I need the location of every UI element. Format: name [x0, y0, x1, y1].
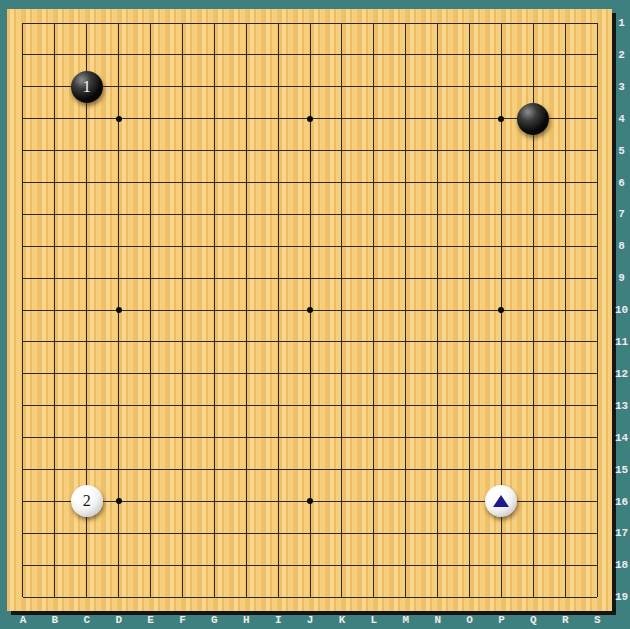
- intersection-B15[interactable]: [39, 454, 71, 486]
- intersection-D11[interactable]: [103, 326, 135, 358]
- intersection-D3[interactable]: [103, 71, 135, 103]
- intersection-F8[interactable]: [167, 230, 199, 262]
- intersection-C13[interactable]: [71, 390, 103, 422]
- intersection-A2[interactable]: [7, 39, 39, 71]
- intersection-G9[interactable]: [198, 262, 230, 294]
- intersection-H4[interactable]: [230, 103, 262, 135]
- intersection-I5[interactable]: [262, 135, 294, 167]
- intersection-P4[interactable]: [485, 103, 517, 135]
- intersection-K7[interactable]: [326, 198, 358, 230]
- intersection-B4[interactable]: [39, 103, 71, 135]
- intersection-K17[interactable]: [326, 517, 358, 549]
- intersection-A14[interactable]: [7, 422, 39, 454]
- intersection-M6[interactable]: [390, 167, 422, 199]
- intersection-H6[interactable]: [230, 167, 262, 199]
- intersection-S16[interactable]: [581, 485, 613, 517]
- intersection-L17[interactable]: [358, 517, 390, 549]
- intersection-C4[interactable]: [71, 103, 103, 135]
- intersection-B9[interactable]: [39, 262, 71, 294]
- intersection-G19[interactable]: [198, 581, 230, 613]
- intersection-Q1[interactable]: [517, 7, 549, 39]
- intersection-M15[interactable]: [390, 454, 422, 486]
- intersection-J16[interactable]: [294, 485, 326, 517]
- intersection-K6[interactable]: [326, 167, 358, 199]
- intersection-I8[interactable]: [262, 230, 294, 262]
- intersection-E14[interactable]: [135, 422, 167, 454]
- intersection-F2[interactable]: [167, 39, 199, 71]
- intersection-B13[interactable]: [39, 390, 71, 422]
- intersection-M7[interactable]: [390, 198, 422, 230]
- intersection-F17[interactable]: [167, 517, 199, 549]
- intersection-S15[interactable]: [581, 454, 613, 486]
- intersection-P14[interactable]: [485, 422, 517, 454]
- intersection-N15[interactable]: [422, 454, 454, 486]
- intersection-B2[interactable]: [39, 39, 71, 71]
- intersection-F18[interactable]: [167, 549, 199, 581]
- intersection-O13[interactable]: [454, 390, 486, 422]
- intersection-E2[interactable]: [135, 39, 167, 71]
- intersection-N7[interactable]: [422, 198, 454, 230]
- intersection-S13[interactable]: [581, 390, 613, 422]
- intersection-B7[interactable]: [39, 198, 71, 230]
- intersection-M10[interactable]: [390, 294, 422, 326]
- intersection-G4[interactable]: [198, 103, 230, 135]
- intersection-N6[interactable]: [422, 167, 454, 199]
- intersection-G3[interactable]: [198, 71, 230, 103]
- intersection-B18[interactable]: [39, 549, 71, 581]
- intersection-G5[interactable]: [198, 135, 230, 167]
- intersection-L7[interactable]: [358, 198, 390, 230]
- intersection-G8[interactable]: [198, 230, 230, 262]
- intersection-I12[interactable]: [262, 358, 294, 390]
- intersection-D12[interactable]: [103, 358, 135, 390]
- intersection-C11[interactable]: [71, 326, 103, 358]
- intersection-A4[interactable]: [7, 103, 39, 135]
- intersection-G16[interactable]: [198, 485, 230, 517]
- intersection-A8[interactable]: [7, 230, 39, 262]
- intersection-H12[interactable]: [230, 358, 262, 390]
- intersection-J7[interactable]: [294, 198, 326, 230]
- intersection-L4[interactable]: [358, 103, 390, 135]
- intersection-K11[interactable]: [326, 326, 358, 358]
- intersection-P19[interactable]: [485, 581, 517, 613]
- intersection-B6[interactable]: [39, 167, 71, 199]
- intersection-K5[interactable]: [326, 135, 358, 167]
- intersection-G12[interactable]: [198, 358, 230, 390]
- intersection-Q11[interactable]: [517, 326, 549, 358]
- intersection-B10[interactable]: [39, 294, 71, 326]
- intersection-S3[interactable]: [581, 71, 613, 103]
- intersection-M18[interactable]: [390, 549, 422, 581]
- intersection-P9[interactable]: [485, 262, 517, 294]
- intersection-A5[interactable]: [7, 135, 39, 167]
- intersection-K15[interactable]: [326, 454, 358, 486]
- intersection-K14[interactable]: [326, 422, 358, 454]
- intersection-C18[interactable]: [71, 549, 103, 581]
- intersection-G1[interactable]: [198, 7, 230, 39]
- intersection-D14[interactable]: [103, 422, 135, 454]
- intersection-H8[interactable]: [230, 230, 262, 262]
- intersection-R8[interactable]: [549, 230, 581, 262]
- intersection-D10[interactable]: [103, 294, 135, 326]
- intersection-I3[interactable]: [262, 71, 294, 103]
- intersection-F3[interactable]: [167, 71, 199, 103]
- intersection-S10[interactable]: [581, 294, 613, 326]
- intersection-M3[interactable]: [390, 71, 422, 103]
- white-stone-P16[interactable]: [485, 485, 517, 517]
- intersection-P5[interactable]: [485, 135, 517, 167]
- intersection-H11[interactable]: [230, 326, 262, 358]
- intersection-Q14[interactable]: [517, 422, 549, 454]
- intersection-H17[interactable]: [230, 517, 262, 549]
- intersection-S17[interactable]: [581, 517, 613, 549]
- intersection-R12[interactable]: [549, 358, 581, 390]
- intersection-H5[interactable]: [230, 135, 262, 167]
- intersection-Q15[interactable]: [517, 454, 549, 486]
- intersection-D19[interactable]: [103, 581, 135, 613]
- intersection-I11[interactable]: [262, 326, 294, 358]
- intersection-F7[interactable]: [167, 198, 199, 230]
- intersection-O2[interactable]: [454, 39, 486, 71]
- intersection-P15[interactable]: [485, 454, 517, 486]
- intersection-I7[interactable]: [262, 198, 294, 230]
- intersection-H2[interactable]: [230, 39, 262, 71]
- intersection-H13[interactable]: [230, 390, 262, 422]
- intersection-I18[interactable]: [262, 549, 294, 581]
- intersection-S8[interactable]: [581, 230, 613, 262]
- intersection-L5[interactable]: [358, 135, 390, 167]
- intersection-N4[interactable]: [422, 103, 454, 135]
- intersection-E5[interactable]: [135, 135, 167, 167]
- intersection-R15[interactable]: [549, 454, 581, 486]
- intersection-I15[interactable]: [262, 454, 294, 486]
- intersection-D9[interactable]: [103, 262, 135, 294]
- intersection-O15[interactable]: [454, 454, 486, 486]
- intersection-B14[interactable]: [39, 422, 71, 454]
- intersection-C15[interactable]: [71, 454, 103, 486]
- intersection-R10[interactable]: [549, 294, 581, 326]
- intersection-F11[interactable]: [167, 326, 199, 358]
- intersection-D8[interactable]: [103, 230, 135, 262]
- intersection-C1[interactable]: [71, 7, 103, 39]
- intersection-R2[interactable]: [549, 39, 581, 71]
- intersection-E18[interactable]: [135, 549, 167, 581]
- intersection-K8[interactable]: [326, 230, 358, 262]
- intersection-A7[interactable]: [7, 198, 39, 230]
- intersection-L9[interactable]: [358, 262, 390, 294]
- intersection-F5[interactable]: [167, 135, 199, 167]
- intersection-R13[interactable]: [549, 390, 581, 422]
- intersection-K9[interactable]: [326, 262, 358, 294]
- intersection-O7[interactable]: [454, 198, 486, 230]
- black-stone-C3[interactable]: 1: [71, 71, 103, 103]
- intersection-L16[interactable]: [358, 485, 390, 517]
- intersection-P13[interactable]: [485, 390, 517, 422]
- intersection-E4[interactable]: [135, 103, 167, 135]
- intersection-N10[interactable]: [422, 294, 454, 326]
- black-stone-Q4[interactable]: [517, 103, 549, 135]
- intersection-Q6[interactable]: [517, 167, 549, 199]
- intersection-I6[interactable]: [262, 167, 294, 199]
- intersection-P2[interactable]: [485, 39, 517, 71]
- intersection-G15[interactable]: [198, 454, 230, 486]
- intersection-J13[interactable]: [294, 390, 326, 422]
- intersection-E8[interactable]: [135, 230, 167, 262]
- intersection-L10[interactable]: [358, 294, 390, 326]
- intersection-A10[interactable]: [7, 294, 39, 326]
- intersection-R16[interactable]: [549, 485, 581, 517]
- intersection-E6[interactable]: [135, 167, 167, 199]
- intersection-J12[interactable]: [294, 358, 326, 390]
- intersection-E15[interactable]: [135, 454, 167, 486]
- intersection-P10[interactable]: [485, 294, 517, 326]
- intersection-O18[interactable]: [454, 549, 486, 581]
- intersection-D6[interactable]: [103, 167, 135, 199]
- intersection-S1[interactable]: [581, 7, 613, 39]
- intersection-Q9[interactable]: [517, 262, 549, 294]
- intersection-K2[interactable]: [326, 39, 358, 71]
- intersection-H1[interactable]: [230, 7, 262, 39]
- intersection-R7[interactable]: [549, 198, 581, 230]
- intersection-Q12[interactable]: [517, 358, 549, 390]
- intersection-I14[interactable]: [262, 422, 294, 454]
- intersection-S2[interactable]: [581, 39, 613, 71]
- intersection-B3[interactable]: [39, 71, 71, 103]
- intersection-A16[interactable]: [7, 485, 39, 517]
- intersection-H14[interactable]: [230, 422, 262, 454]
- white-stone-C16[interactable]: 2: [71, 485, 103, 517]
- intersection-D18[interactable]: [103, 549, 135, 581]
- intersection-J11[interactable]: [294, 326, 326, 358]
- intersection-G7[interactable]: [198, 198, 230, 230]
- intersection-N16[interactable]: [422, 485, 454, 517]
- intersection-S18[interactable]: [581, 549, 613, 581]
- intersection-E19[interactable]: [135, 581, 167, 613]
- intersection-O5[interactable]: [454, 135, 486, 167]
- intersection-D7[interactable]: [103, 198, 135, 230]
- intersection-O19[interactable]: [454, 581, 486, 613]
- intersection-O8[interactable]: [454, 230, 486, 262]
- intersection-M8[interactable]: [390, 230, 422, 262]
- intersection-A19[interactable]: [7, 581, 39, 613]
- intersection-Q17[interactable]: [517, 517, 549, 549]
- intersection-G2[interactable]: [198, 39, 230, 71]
- intersection-N2[interactable]: [422, 39, 454, 71]
- intersection-D1[interactable]: [103, 7, 135, 39]
- intersection-N11[interactable]: [422, 326, 454, 358]
- intersection-G6[interactable]: [198, 167, 230, 199]
- intersection-B11[interactable]: [39, 326, 71, 358]
- intersection-F6[interactable]: [167, 167, 199, 199]
- intersection-F1[interactable]: [167, 7, 199, 39]
- intersection-L12[interactable]: [358, 358, 390, 390]
- intersection-M1[interactable]: [390, 7, 422, 39]
- intersection-F9[interactable]: [167, 262, 199, 294]
- intersection-Q18[interactable]: [517, 549, 549, 581]
- intersection-O10[interactable]: [454, 294, 486, 326]
- intersection-O3[interactable]: [454, 71, 486, 103]
- intersection-J10[interactable]: [294, 294, 326, 326]
- intersection-S5[interactable]: [581, 135, 613, 167]
- intersection-D5[interactable]: [103, 135, 135, 167]
- intersection-J19[interactable]: [294, 581, 326, 613]
- intersection-H3[interactable]: [230, 71, 262, 103]
- intersection-J8[interactable]: [294, 230, 326, 262]
- intersection-Q16[interactable]: [517, 485, 549, 517]
- intersection-A12[interactable]: [7, 358, 39, 390]
- intersection-N3[interactable]: [422, 71, 454, 103]
- intersection-I17[interactable]: [262, 517, 294, 549]
- intersection-E1[interactable]: [135, 7, 167, 39]
- intersection-Q3[interactable]: [517, 71, 549, 103]
- intersection-D13[interactable]: [103, 390, 135, 422]
- intersection-K4[interactable]: [326, 103, 358, 135]
- intersection-J5[interactable]: [294, 135, 326, 167]
- intersection-L11[interactable]: [358, 326, 390, 358]
- intersection-C3[interactable]: 1: [71, 71, 103, 103]
- intersection-D4[interactable]: [103, 103, 135, 135]
- intersection-O4[interactable]: [454, 103, 486, 135]
- intersection-R18[interactable]: [549, 549, 581, 581]
- intersection-S14[interactable]: [581, 422, 613, 454]
- intersection-G18[interactable]: [198, 549, 230, 581]
- intersection-G17[interactable]: [198, 517, 230, 549]
- intersection-O11[interactable]: [454, 326, 486, 358]
- intersection-D15[interactable]: [103, 454, 135, 486]
- intersection-D2[interactable]: [103, 39, 135, 71]
- intersection-Q8[interactable]: [517, 230, 549, 262]
- intersection-R3[interactable]: [549, 71, 581, 103]
- intersection-F12[interactable]: [167, 358, 199, 390]
- intersection-O6[interactable]: [454, 167, 486, 199]
- intersection-F16[interactable]: [167, 485, 199, 517]
- intersection-K10[interactable]: [326, 294, 358, 326]
- intersection-N9[interactable]: [422, 262, 454, 294]
- intersection-E7[interactable]: [135, 198, 167, 230]
- intersection-D16[interactable]: [103, 485, 135, 517]
- intersection-R1[interactable]: [549, 7, 581, 39]
- intersection-C2[interactable]: [71, 39, 103, 71]
- intersection-Q13[interactable]: [517, 390, 549, 422]
- intersection-A17[interactable]: [7, 517, 39, 549]
- intersection-I9[interactable]: [262, 262, 294, 294]
- intersection-C8[interactable]: [71, 230, 103, 262]
- intersection-M12[interactable]: [390, 358, 422, 390]
- intersection-N18[interactable]: [422, 549, 454, 581]
- intersection-L3[interactable]: [358, 71, 390, 103]
- intersection-L15[interactable]: [358, 454, 390, 486]
- intersection-Q2[interactable]: [517, 39, 549, 71]
- intersection-C9[interactable]: [71, 262, 103, 294]
- intersection-P17[interactable]: [485, 517, 517, 549]
- intersection-A11[interactable]: [7, 326, 39, 358]
- intersection-P3[interactable]: [485, 71, 517, 103]
- intersection-I16[interactable]: [262, 485, 294, 517]
- intersection-P1[interactable]: [485, 7, 517, 39]
- intersection-R14[interactable]: [549, 422, 581, 454]
- intersection-B16[interactable]: [39, 485, 71, 517]
- intersection-L13[interactable]: [358, 390, 390, 422]
- intersection-B5[interactable]: [39, 135, 71, 167]
- intersection-H18[interactable]: [230, 549, 262, 581]
- intersection-M16[interactable]: [390, 485, 422, 517]
- intersection-R9[interactable]: [549, 262, 581, 294]
- intersection-K18[interactable]: [326, 549, 358, 581]
- intersection-J18[interactable]: [294, 549, 326, 581]
- intersection-S19[interactable]: [581, 581, 613, 613]
- intersection-N14[interactable]: [422, 422, 454, 454]
- intersection-P16[interactable]: [485, 485, 517, 517]
- intersection-J9[interactable]: [294, 262, 326, 294]
- intersection-R4[interactable]: [549, 103, 581, 135]
- intersection-C17[interactable]: [71, 517, 103, 549]
- intersection-K13[interactable]: [326, 390, 358, 422]
- intersection-N8[interactable]: [422, 230, 454, 262]
- intersection-L2[interactable]: [358, 39, 390, 71]
- intersection-D17[interactable]: [103, 517, 135, 549]
- intersection-M4[interactable]: [390, 103, 422, 135]
- intersection-O12[interactable]: [454, 358, 486, 390]
- intersection-S6[interactable]: [581, 167, 613, 199]
- intersection-Q10[interactable]: [517, 294, 549, 326]
- intersection-M13[interactable]: [390, 390, 422, 422]
- intersection-C6[interactable]: [71, 167, 103, 199]
- intersection-N5[interactable]: [422, 135, 454, 167]
- intersection-H15[interactable]: [230, 454, 262, 486]
- intersection-S4[interactable]: [581, 103, 613, 135]
- intersection-A13[interactable]: [7, 390, 39, 422]
- intersection-B12[interactable]: [39, 358, 71, 390]
- intersection-A9[interactable]: [7, 262, 39, 294]
- intersection-R19[interactable]: [549, 581, 581, 613]
- intersection-M19[interactable]: [390, 581, 422, 613]
- intersection-E13[interactable]: [135, 390, 167, 422]
- intersection-H9[interactable]: [230, 262, 262, 294]
- intersection-L8[interactable]: [358, 230, 390, 262]
- intersection-C16[interactable]: 2: [71, 485, 103, 517]
- intersection-N17[interactable]: [422, 517, 454, 549]
- intersection-P18[interactable]: [485, 549, 517, 581]
- intersection-H19[interactable]: [230, 581, 262, 613]
- intersection-N13[interactable]: [422, 390, 454, 422]
- intersection-P6[interactable]: [485, 167, 517, 199]
- intersection-J14[interactable]: [294, 422, 326, 454]
- intersection-I13[interactable]: [262, 390, 294, 422]
- intersection-L6[interactable]: [358, 167, 390, 199]
- intersection-R5[interactable]: [549, 135, 581, 167]
- intersection-P11[interactable]: [485, 326, 517, 358]
- intersection-A3[interactable]: [7, 71, 39, 103]
- intersection-G10[interactable]: [198, 294, 230, 326]
- intersection-G11[interactable]: [198, 326, 230, 358]
- intersection-J15[interactable]: [294, 454, 326, 486]
- intersection-O14[interactable]: [454, 422, 486, 454]
- intersection-M2[interactable]: [390, 39, 422, 71]
- intersection-S12[interactable]: [581, 358, 613, 390]
- intersection-H16[interactable]: [230, 485, 262, 517]
- intersection-Q7[interactable]: [517, 198, 549, 230]
- intersection-K19[interactable]: [326, 581, 358, 613]
- intersection-Q4[interactable]: [517, 103, 549, 135]
- intersection-J2[interactable]: [294, 39, 326, 71]
- intersection-J6[interactable]: [294, 167, 326, 199]
- intersection-C7[interactable]: [71, 198, 103, 230]
- intersection-J17[interactable]: [294, 517, 326, 549]
- intersection-P8[interactable]: [485, 230, 517, 262]
- intersection-O17[interactable]: [454, 517, 486, 549]
- intersection-E16[interactable]: [135, 485, 167, 517]
- intersection-C5[interactable]: [71, 135, 103, 167]
